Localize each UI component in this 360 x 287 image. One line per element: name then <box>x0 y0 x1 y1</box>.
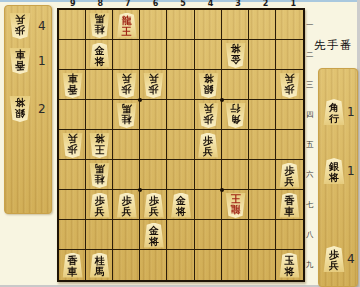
row-label-3: 三 <box>306 81 314 89</box>
piece-kanji: 兵 <box>116 206 137 217</box>
square-7f[interactable] <box>113 160 140 190</box>
square-9b[interactable] <box>59 40 86 70</box>
shogi-board: 桂馬龍王金将金将香車歩兵歩兵銀将歩兵桂馬歩兵角行歩兵王将歩兵桂馬歩兵歩兵歩兵歩兵… <box>57 8 305 282</box>
piece-kanji: 歩 <box>143 195 164 206</box>
square-6i[interactable] <box>140 250 167 280</box>
square-1b[interactable] <box>276 40 303 70</box>
column-label-7: 7 <box>125 0 131 8</box>
square-9f[interactable] <box>59 160 86 190</box>
piece-角行[interactable]: 角行 <box>323 99 345 125</box>
square-3c[interactable] <box>222 70 249 100</box>
square-5c[interactable] <box>167 70 194 100</box>
piece-kanji: 兵 <box>143 206 164 217</box>
piece-kanji: 桂 <box>89 255 110 266</box>
row-label-9: 九 <box>306 261 314 269</box>
piece-kanji: 行 <box>225 103 246 114</box>
square-7b[interactable] <box>113 40 140 70</box>
piece-kanji: 兵 <box>279 73 300 84</box>
column-label-5: 5 <box>180 0 186 8</box>
piece-kanji: 兵 <box>143 73 164 84</box>
piece-kanji: 兵 <box>279 176 300 187</box>
piece-kanji: 王 <box>225 193 246 204</box>
row-label-7: 七 <box>306 201 314 209</box>
piece-歩兵[interactable]: 歩兵 <box>9 13 31 39</box>
row-label-8: 八 <box>306 231 314 239</box>
square-4h[interactable] <box>195 220 222 250</box>
square-9d[interactable] <box>59 100 86 130</box>
column-label-6: 6 <box>153 0 159 8</box>
square-8h[interactable] <box>86 220 113 250</box>
square-1a[interactable] <box>276 10 303 40</box>
square-8d[interactable] <box>86 100 113 130</box>
piece-kanji: 歩 <box>279 165 300 176</box>
square-3i[interactable] <box>222 250 249 280</box>
square-1d[interactable] <box>276 100 303 130</box>
sente-hand-stack-銀将: 銀将1 <box>319 158 357 186</box>
piece-kanji: 龍 <box>116 15 137 26</box>
piece-kanji: 金 <box>143 225 164 236</box>
sente-hand-count: 4 <box>347 252 355 266</box>
piece-kanji: 将 <box>89 133 110 144</box>
hoshi-dot <box>220 188 224 192</box>
square-3e[interactable] <box>222 130 249 160</box>
piece-kanji: 歩 <box>62 144 83 155</box>
piece-歩兵[interactable]: 歩兵 <box>323 246 345 272</box>
gote-hand-count: 4 <box>38 19 46 33</box>
square-6a[interactable] <box>140 10 167 40</box>
piece-kanji: 馬 <box>89 163 110 174</box>
column-label-9: 9 <box>70 0 76 8</box>
row-label-2: 二 <box>306 51 314 59</box>
piece-kanji: 将 <box>323 172 345 184</box>
hoshi-dot <box>138 98 142 102</box>
square-2c[interactable] <box>249 70 276 100</box>
square-9h[interactable] <box>59 220 86 250</box>
square-3f[interactable] <box>222 160 249 190</box>
piece-kanji: 金 <box>171 195 192 206</box>
gote-hand-count: 1 <box>38 54 46 68</box>
square-7i[interactable] <box>113 250 140 280</box>
gote-hand-count: 2 <box>38 102 46 116</box>
piece-kanji: 王 <box>116 26 137 37</box>
piece-銀将[interactable]: 銀将 <box>323 158 345 184</box>
piece-kanji: 歩 <box>9 25 31 37</box>
square-2b[interactable] <box>249 40 276 70</box>
piece-kanji: 歩 <box>323 249 345 261</box>
piece-kanji: 兵 <box>323 260 345 272</box>
piece-kanji: 兵 <box>9 14 31 26</box>
square-5e[interactable] <box>167 130 194 160</box>
piece-kanji: 将 <box>171 206 192 217</box>
sente-hand-stack-歩兵: 歩兵4 <box>319 246 357 274</box>
sente-hand-stack-角行: 角行1 <box>319 99 357 127</box>
piece-kanji: 将 <box>89 56 110 67</box>
piece-kanji: 歩 <box>279 84 300 95</box>
gote-hand-stack-香車: 香車1 <box>5 48 51 76</box>
piece-kanji: 角 <box>323 102 345 114</box>
piece-kanji: 車 <box>62 73 83 84</box>
square-1e[interactable] <box>276 130 303 160</box>
piece-kanji: 車 <box>279 206 300 217</box>
piece-kanji: 馬 <box>116 103 137 114</box>
row-label-5: 五 <box>306 141 314 149</box>
square-7h[interactable] <box>113 220 140 250</box>
column-label-1: 1 <box>290 0 296 8</box>
piece-kanji: 兵 <box>198 146 219 157</box>
piece-kanji: 馬 <box>89 13 110 24</box>
piece-香車[interactable]: 香車 <box>9 48 31 74</box>
piece-kanji: 銀 <box>9 108 31 120</box>
square-7e[interactable] <box>113 130 140 160</box>
square-5d[interactable] <box>167 100 194 130</box>
turn-indicator-label: 先手番 <box>314 38 353 53</box>
piece-kanji: 玉 <box>279 255 300 266</box>
square-2a[interactable] <box>249 10 276 40</box>
square-9g[interactable] <box>59 190 86 220</box>
shogi-diagram: { "game": "shogi", "position": { "sfen":… <box>0 0 360 287</box>
piece-kanji: 歩 <box>116 195 137 206</box>
square-2e[interactable] <box>249 130 276 160</box>
square-8c[interactable] <box>86 70 113 100</box>
hoshi-dot <box>220 98 224 102</box>
square-4g[interactable] <box>195 190 222 220</box>
column-label-3: 3 <box>235 0 241 8</box>
square-4i[interactable] <box>195 250 222 280</box>
square-6d[interactable] <box>140 100 167 130</box>
gote-hand-tray: 歩兵4香車1銀将2 <box>4 5 52 214</box>
hoshi-dot <box>138 188 142 192</box>
square-3a[interactable] <box>222 10 249 40</box>
square-9a[interactable] <box>59 10 86 40</box>
piece-kanji: 将 <box>143 236 164 247</box>
row-label-4: 四 <box>306 111 314 119</box>
piece-kanji: 香 <box>62 84 83 95</box>
piece-kanji: 将 <box>9 97 31 109</box>
square-5h[interactable] <box>167 220 194 250</box>
piece-kanji: 兵 <box>89 206 110 217</box>
piece-kanji: 将 <box>198 73 219 84</box>
piece-kanji: 銀 <box>323 161 345 173</box>
square-6b[interactable] <box>140 40 167 70</box>
piece-kanji: 馬 <box>89 266 110 277</box>
piece-銀将[interactable]: 銀将 <box>9 96 31 122</box>
column-label-4: 4 <box>208 0 214 8</box>
piece-kanji: 兵 <box>198 103 219 114</box>
square-6f[interactable] <box>140 160 167 190</box>
square-6e[interactable] <box>140 130 167 160</box>
sente-hand-count: 1 <box>347 105 355 119</box>
piece-kanji: 兵 <box>116 73 137 84</box>
piece-kanji: 行 <box>323 113 345 125</box>
column-label-2: 2 <box>263 0 269 8</box>
column-label-8: 8 <box>98 0 104 8</box>
square-4a[interactable] <box>195 10 222 40</box>
gote-hand-stack-銀将: 銀将2 <box>5 96 51 124</box>
sente-hand-tray: 角行1銀将1歩兵4 <box>318 68 358 287</box>
square-4f[interactable] <box>195 160 222 190</box>
square-5a[interactable] <box>167 10 194 40</box>
square-1h[interactable] <box>276 220 303 250</box>
piece-kanji: 歩 <box>198 135 219 146</box>
piece-kanji: 兵 <box>62 133 83 144</box>
gote-hand-stack-歩兵: 歩兵4 <box>5 13 51 41</box>
square-4b[interactable] <box>195 40 222 70</box>
piece-kanji: 香 <box>279 195 300 206</box>
piece-kanji: 将 <box>225 43 246 54</box>
square-3h[interactable] <box>222 220 249 250</box>
square-2i[interactable] <box>249 250 276 280</box>
piece-kanji: 香 <box>9 60 31 72</box>
square-2h[interactable] <box>249 220 276 250</box>
square-2g[interactable] <box>249 190 276 220</box>
square-5f[interactable] <box>167 160 194 190</box>
square-2d[interactable] <box>249 100 276 130</box>
square-5b[interactable] <box>167 40 194 70</box>
piece-kanji: 将 <box>279 266 300 277</box>
piece-kanji: 歩 <box>89 195 110 206</box>
square-2f[interactable] <box>249 160 276 190</box>
piece-kanji: 金 <box>89 45 110 56</box>
sente-hand-count: 1 <box>347 164 355 178</box>
row-label-6: 六 <box>306 171 314 179</box>
piece-kanji: 香 <box>62 255 83 266</box>
piece-kanji: 車 <box>9 49 31 61</box>
row-label-1: 一 <box>306 21 314 29</box>
piece-kanji: 車 <box>62 266 83 277</box>
square-5i[interactable] <box>167 250 194 280</box>
